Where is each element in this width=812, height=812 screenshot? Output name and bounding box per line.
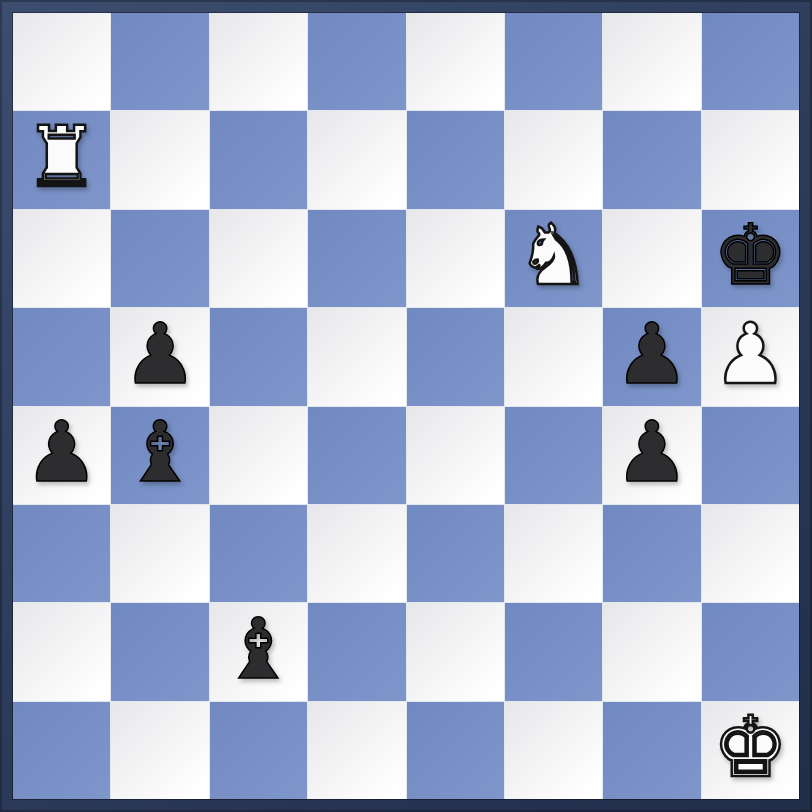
square-a5[interactable] (13, 308, 110, 405)
square-h4[interactable] (702, 407, 799, 504)
square-f4[interactable] (505, 407, 602, 504)
white-pawn-h5[interactable]: ♟ (713, 312, 788, 396)
square-b1[interactable] (111, 702, 208, 799)
chess-board-frame: ♜♞♚♟♟♟♟♝♟♝♚ (0, 0, 812, 812)
square-h1[interactable]: ♚ (702, 702, 799, 799)
square-f7[interactable] (505, 111, 602, 208)
square-a4[interactable]: ♟ (13, 407, 110, 504)
square-c7[interactable] (210, 111, 307, 208)
square-b6[interactable] (111, 210, 208, 307)
square-g8[interactable] (603, 13, 700, 110)
square-b4[interactable]: ♝ (111, 407, 208, 504)
square-d3[interactable] (308, 505, 405, 602)
square-h2[interactable] (702, 603, 799, 700)
square-e5[interactable] (407, 308, 504, 405)
square-d1[interactable] (308, 702, 405, 799)
square-h3[interactable] (702, 505, 799, 602)
square-f3[interactable] (505, 505, 602, 602)
square-h7[interactable] (702, 111, 799, 208)
black-king-h6[interactable]: ♚ (713, 213, 788, 297)
square-b5[interactable]: ♟ (111, 308, 208, 405)
square-c2[interactable]: ♝ (210, 603, 307, 700)
white-king-h1[interactable]: ♚ (713, 705, 788, 789)
square-c8[interactable] (210, 13, 307, 110)
square-c4[interactable] (210, 407, 307, 504)
square-c5[interactable] (210, 308, 307, 405)
square-c3[interactable] (210, 505, 307, 602)
square-a7[interactable]: ♜ (13, 111, 110, 208)
square-a3[interactable] (13, 505, 110, 602)
square-f1[interactable] (505, 702, 602, 799)
square-g7[interactable] (603, 111, 700, 208)
square-a1[interactable] (13, 702, 110, 799)
square-h8[interactable] (702, 13, 799, 110)
square-e4[interactable] (407, 407, 504, 504)
square-b8[interactable] (111, 13, 208, 110)
square-d5[interactable] (308, 308, 405, 405)
square-g1[interactable] (603, 702, 700, 799)
black-pawn-a4[interactable]: ♟ (24, 410, 99, 494)
square-g4[interactable]: ♟ (603, 407, 700, 504)
square-a2[interactable] (13, 603, 110, 700)
square-e1[interactable] (407, 702, 504, 799)
square-e2[interactable] (407, 603, 504, 700)
square-f8[interactable] (505, 13, 602, 110)
black-pawn-g5[interactable]: ♟ (614, 312, 689, 396)
square-f5[interactable] (505, 308, 602, 405)
chess-board: ♜♞♚♟♟♟♟♝♟♝♚ (13, 13, 799, 799)
square-e6[interactable] (407, 210, 504, 307)
square-f6[interactable]: ♞ (505, 210, 602, 307)
square-c1[interactable] (210, 702, 307, 799)
white-knight-f6[interactable]: ♞ (516, 213, 591, 297)
square-e7[interactable] (407, 111, 504, 208)
square-d8[interactable] (308, 13, 405, 110)
black-bishop-b4[interactable]: ♝ (122, 410, 197, 494)
square-f2[interactable] (505, 603, 602, 700)
square-g5[interactable]: ♟ (603, 308, 700, 405)
square-h6[interactable]: ♚ (702, 210, 799, 307)
square-c6[interactable] (210, 210, 307, 307)
square-g3[interactable] (603, 505, 700, 602)
square-a8[interactable] (13, 13, 110, 110)
black-bishop-c2[interactable]: ♝ (221, 607, 296, 691)
square-b2[interactable] (111, 603, 208, 700)
square-d7[interactable] (308, 111, 405, 208)
square-g2[interactable] (603, 603, 700, 700)
square-e3[interactable] (407, 505, 504, 602)
square-d6[interactable] (308, 210, 405, 307)
square-g6[interactable] (603, 210, 700, 307)
black-pawn-b5[interactable]: ♟ (122, 312, 197, 396)
square-e8[interactable] (407, 13, 504, 110)
square-a6[interactable] (13, 210, 110, 307)
black-pawn-g4[interactable]: ♟ (614, 410, 689, 494)
square-d2[interactable] (308, 603, 405, 700)
square-b3[interactable] (111, 505, 208, 602)
square-b7[interactable] (111, 111, 208, 208)
square-h5[interactable]: ♟ (702, 308, 799, 405)
square-d4[interactable] (308, 407, 405, 504)
white-rook-a7[interactable]: ♜ (24, 115, 99, 199)
